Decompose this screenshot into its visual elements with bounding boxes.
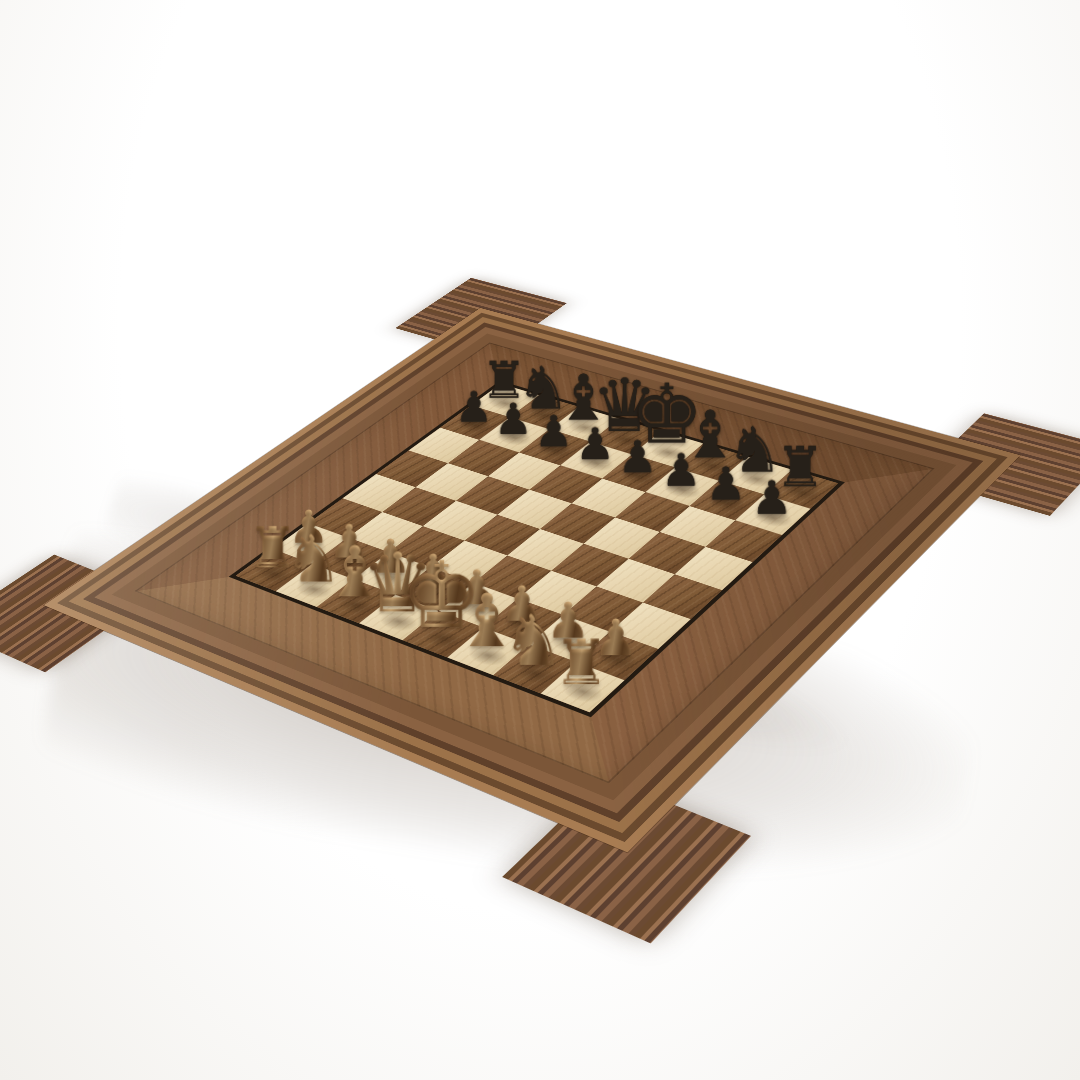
piece-glyph: ♟	[751, 475, 793, 521]
piece-glyph: ♟	[705, 461, 746, 507]
piece-glyph: ♟	[455, 386, 493, 428]
piece-glyph: ♜	[553, 632, 609, 694]
studio-background: ♜♞♝♛♚♝♞♜♟♟♟♟♟♟♟♟♟♟♟♟♟♟♟♟♜♞♝♛♚♝♞♜	[0, 0, 1080, 1080]
piece-glyph: ♟	[617, 435, 657, 480]
piece-glyph: ♟	[575, 422, 614, 466]
piece-glyph: ♟	[534, 410, 573, 453]
piece-glyph: ♟	[661, 448, 701, 493]
piece-glyph: ♟	[494, 398, 532, 441]
